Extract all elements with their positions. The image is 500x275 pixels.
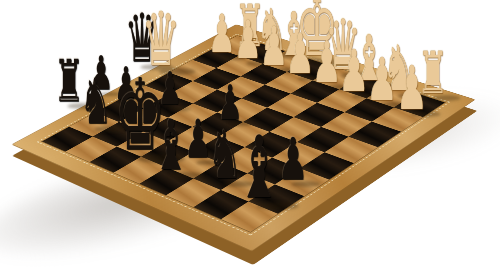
- square-f8: [89, 147, 141, 173]
- square-e7: [141, 142, 193, 168]
- square-b3: [321, 112, 372, 137]
- square-a4: [325, 137, 378, 163]
- square-c5: [245, 132, 297, 158]
- square-a3: [349, 122, 401, 147]
- olive-wood-frame: [11, 24, 475, 251]
- square-b7: [220, 173, 274, 201]
- square-a8: [221, 202, 277, 232]
- square-d5: [218, 122, 269, 147]
- perspective-scene: [0, 0, 500, 275]
- square-e6: [167, 127, 218, 152]
- square-a5: [300, 152, 354, 179]
- square-c6: [219, 147, 272, 174]
- chess-board: [11, 24, 475, 251]
- square-b8: [193, 190, 248, 219]
- square-b4: [297, 127, 349, 152]
- square-a7: [248, 185, 303, 214]
- square-g8: [65, 137, 116, 162]
- board-squares: [42, 36, 445, 232]
- square-d7: [167, 152, 220, 179]
- square-d8: [140, 168, 193, 196]
- square-d6: [193, 137, 245, 163]
- square-b6: [247, 157, 301, 184]
- square-a6: [275, 168, 330, 196]
- square-f7: [116, 132, 167, 157]
- square-b5: [272, 142, 325, 168]
- square-a2: [372, 107, 423, 131]
- square-c7: [193, 162, 247, 189]
- square-e8: [114, 157, 167, 184]
- board-tilt-wrapper: [0, 0, 500, 275]
- square-c8: [166, 179, 220, 207]
- chess-set-product-photo: ♜♞♝♚♛♝♞♜♟♟♟♟♟♟♟♟♟♜♟♟♟♞♚♟♝♞♟♝♛♛: [0, 0, 500, 275]
- square-c4: [269, 117, 320, 142]
